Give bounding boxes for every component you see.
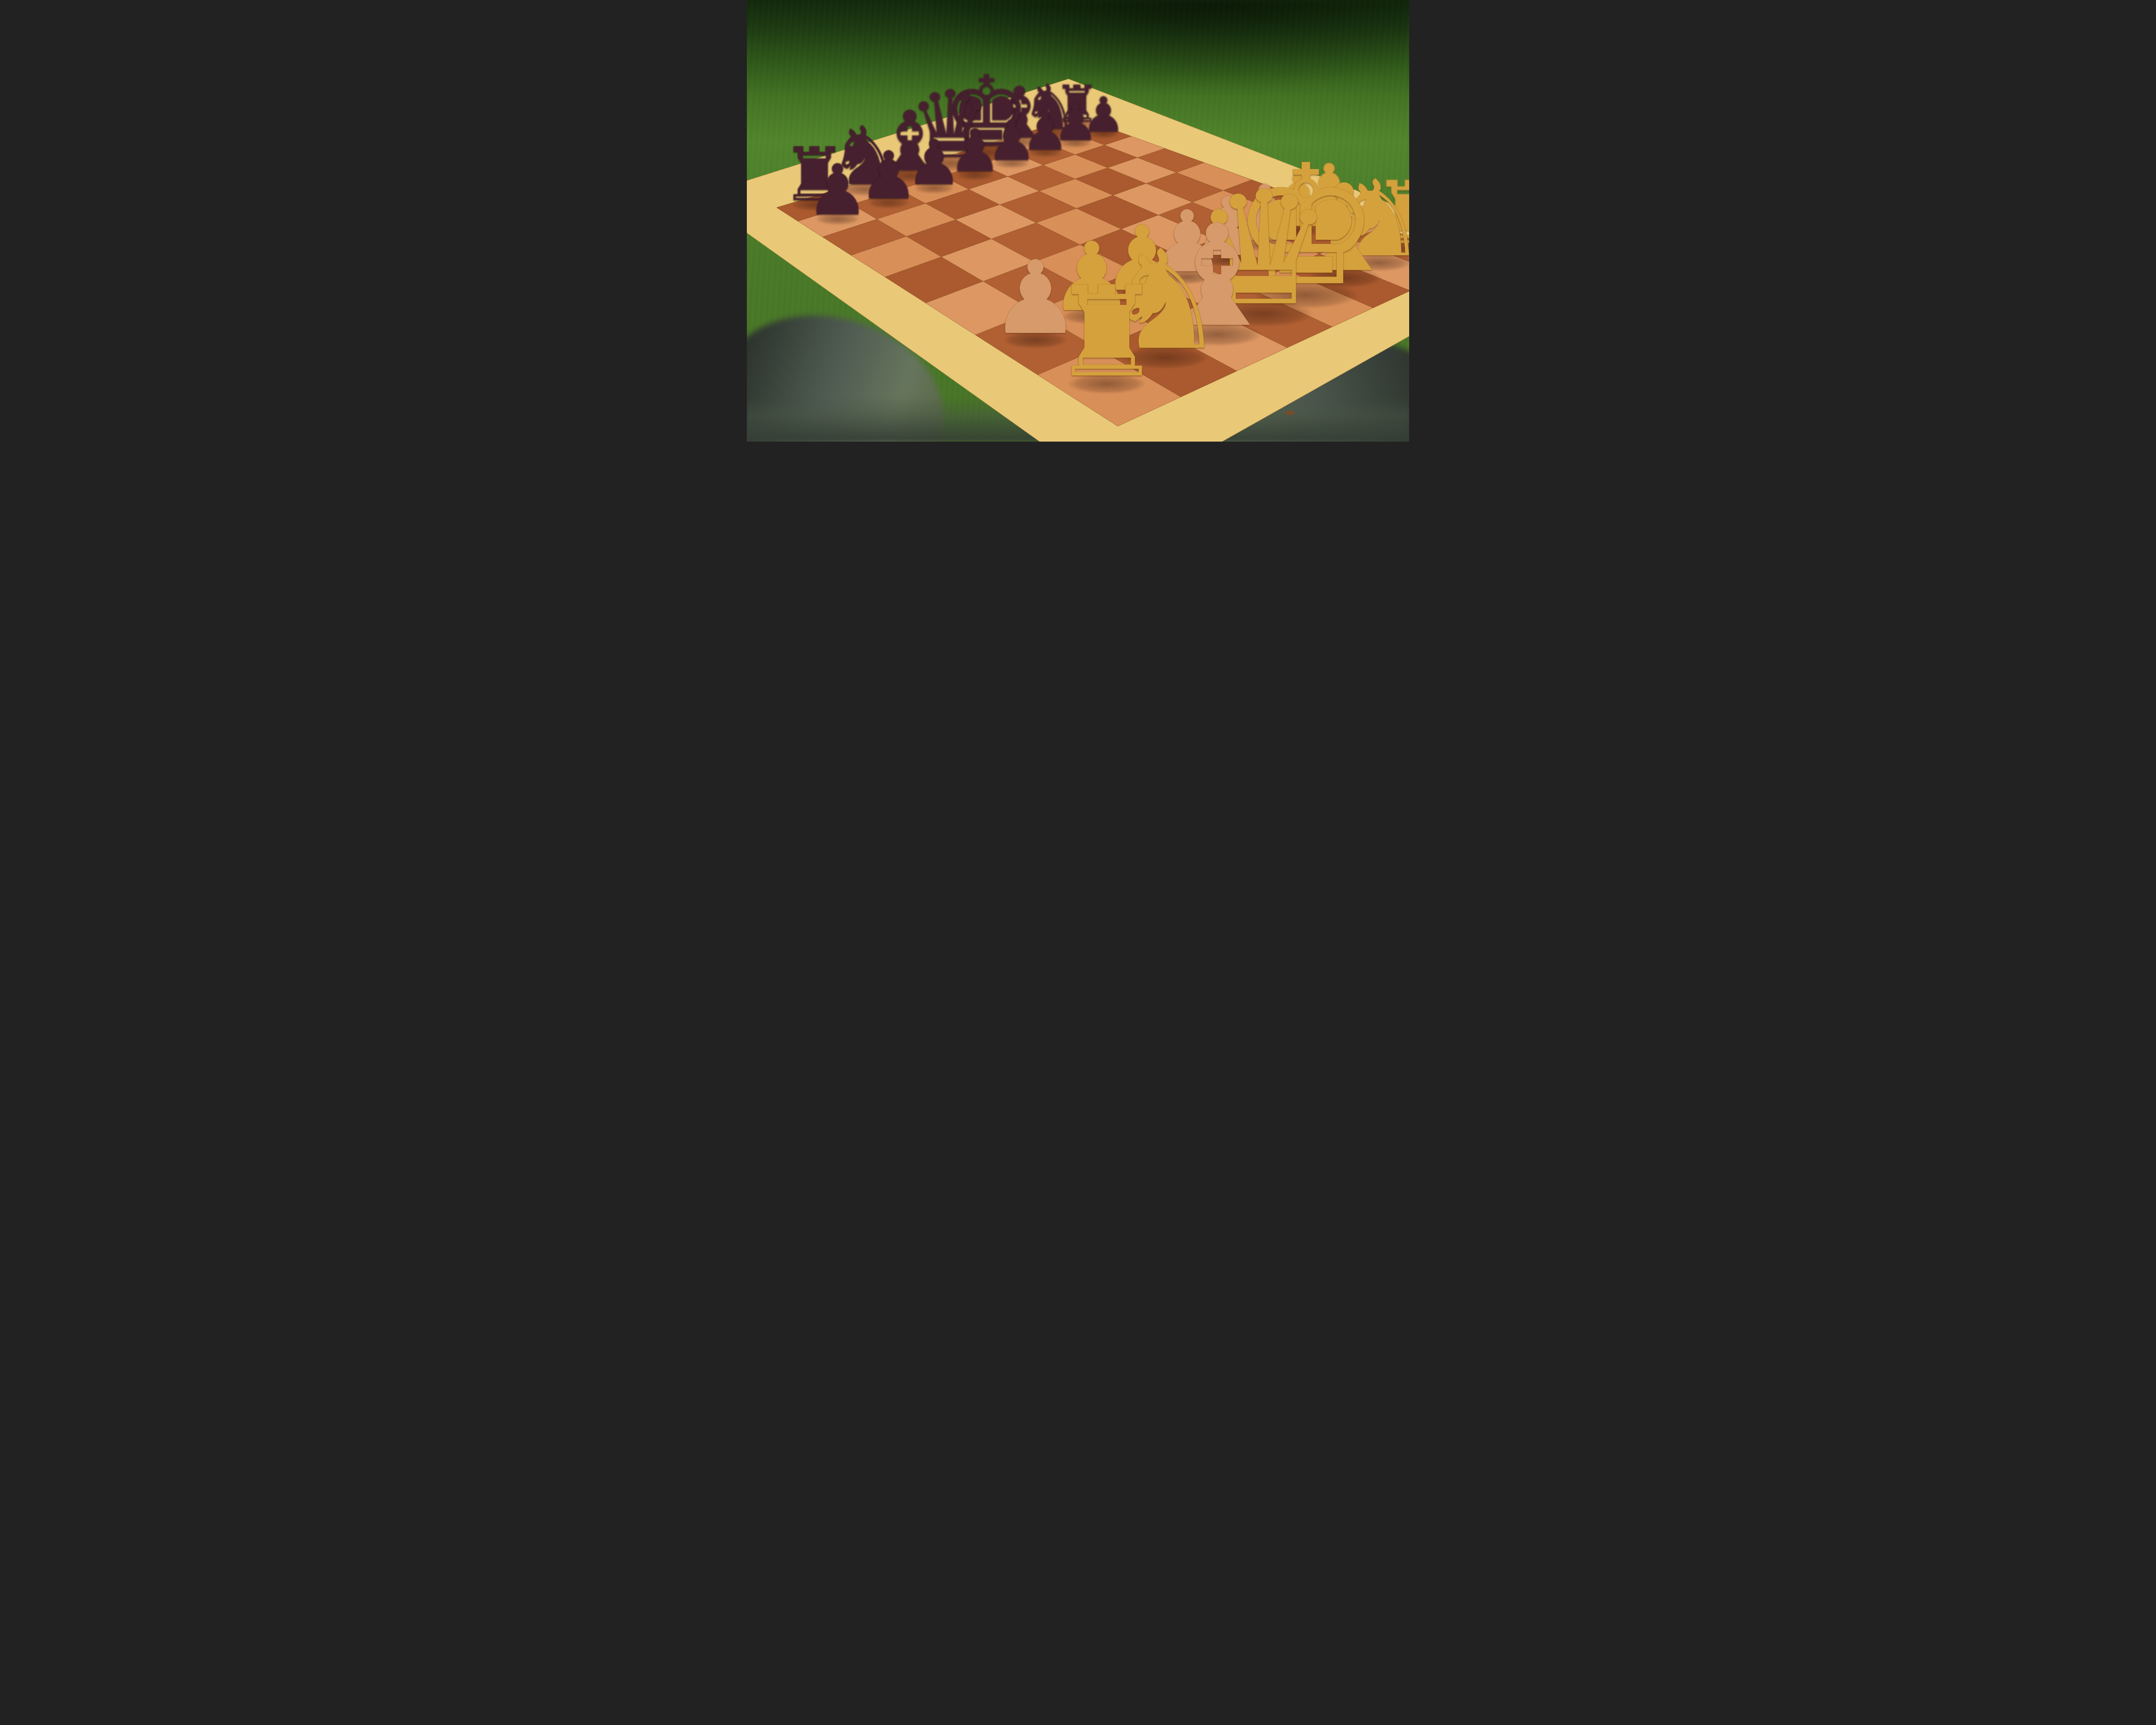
piece-white-rook-a1[interactable]: ♜ <box>1051 270 1163 395</box>
pieces-layer: ♜♞♟♝♟♚♟♛♟♟♝♟♞♟♜♟♟♟♟♜♟♞♟♝♚♟♛♟♝♟♞♜ <box>747 0 1409 442</box>
piece-black-pawn-a7[interactable]: ♟ <box>806 155 869 226</box>
photo-stage: ♜♞♟♝♟♚♟♛♟♟♝♟♞♟♜♟♟♟♟♜♟♞♟♝♚♟♛♟♝♟♞♜ <box>747 0 1409 442</box>
